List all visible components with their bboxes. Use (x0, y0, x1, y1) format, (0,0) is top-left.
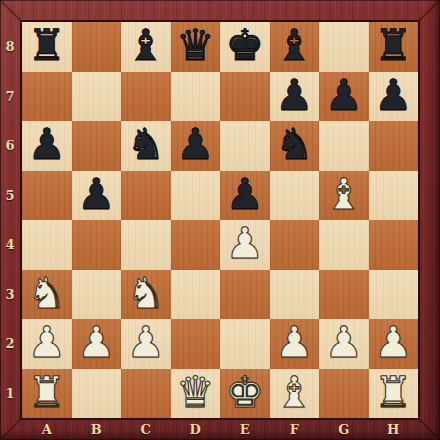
square-e1[interactable]: ♚ (220, 369, 270, 419)
file-label-c: C (121, 419, 171, 439)
piece-white-pawn[interactable]: ♟ (126, 321, 165, 364)
piece-white-pawn[interactable]: ♟ (374, 321, 413, 364)
rank-label-5: 5 (0, 171, 20, 221)
square-g4[interactable] (319, 220, 369, 270)
square-b6[interactable] (72, 121, 122, 171)
square-a7[interactable] (22, 72, 72, 122)
rank-label-2: 2 (0, 319, 20, 369)
square-e5[interactable]: ♟ (220, 171, 270, 221)
piece-black-rook[interactable]: ♜ (27, 24, 66, 67)
piece-black-bishop[interactable]: ♝ (275, 24, 314, 67)
square-d1[interactable]: ♛ (171, 369, 221, 419)
square-f8[interactable]: ♝ (270, 22, 320, 72)
file-label-g: G (319, 419, 369, 439)
piece-black-pawn[interactable]: ♟ (77, 173, 116, 216)
square-h7[interactable]: ♟ (369, 72, 419, 122)
board-border: ♜♝♛♚♝♜♟♟♟♟♞♟♞♟♟♝♟♞♞♟♟♟♟♟♟♜♛♚♝♜ (20, 20, 420, 420)
chessboard: ♜♝♛♚♝♜♟♟♟♟♞♟♞♟♟♝♟♞♞♟♟♟♟♟♟♜♛♚♝♜ 87654321 … (0, 0, 440, 440)
square-b1[interactable] (72, 369, 122, 419)
piece-black-knight[interactable]: ♞ (275, 123, 314, 166)
square-a6[interactable]: ♟ (22, 121, 72, 171)
square-g8[interactable] (319, 22, 369, 72)
piece-black-bishop[interactable]: ♝ (126, 24, 165, 67)
square-f4[interactable] (270, 220, 320, 270)
square-d5[interactable] (171, 171, 221, 221)
square-d4[interactable] (171, 220, 221, 270)
square-b5[interactable]: ♟ (72, 171, 122, 221)
square-d8[interactable]: ♛ (171, 22, 221, 72)
square-e6[interactable] (220, 121, 270, 171)
piece-black-pawn[interactable]: ♟ (275, 74, 314, 117)
square-g6[interactable] (319, 121, 369, 171)
piece-black-knight[interactable]: ♞ (126, 123, 165, 166)
rank-label-8: 8 (0, 22, 20, 72)
piece-white-queen[interactable]: ♛ (176, 371, 215, 414)
rank-labels: 87654321 (0, 22, 20, 418)
square-a1[interactable]: ♜ (22, 369, 72, 419)
square-a4[interactable] (22, 220, 72, 270)
square-b7[interactable] (72, 72, 122, 122)
piece-white-pawn[interactable]: ♟ (225, 222, 264, 265)
square-h6[interactable] (369, 121, 419, 171)
piece-black-king[interactable]: ♚ (225, 24, 264, 67)
piece-white-pawn[interactable]: ♟ (27, 321, 66, 364)
square-g2[interactable]: ♟ (319, 319, 369, 369)
piece-white-rook[interactable]: ♜ (27, 371, 66, 414)
file-label-b: B (72, 419, 122, 439)
piece-white-pawn[interactable]: ♟ (275, 321, 314, 364)
piece-black-pawn[interactable]: ♟ (225, 173, 264, 216)
piece-white-pawn[interactable]: ♟ (324, 321, 363, 364)
square-f5[interactable] (270, 171, 320, 221)
square-a2[interactable]: ♟ (22, 319, 72, 369)
square-b3[interactable] (72, 270, 122, 320)
piece-white-pawn[interactable]: ♟ (77, 321, 116, 364)
square-e3[interactable] (220, 270, 270, 320)
square-h3[interactable] (369, 270, 419, 320)
file-label-a: A (22, 419, 72, 439)
piece-black-rook[interactable]: ♜ (374, 24, 413, 67)
square-b8[interactable] (72, 22, 122, 72)
file-label-e: E (220, 419, 270, 439)
piece-white-bishop[interactable]: ♝ (275, 371, 314, 414)
square-a5[interactable] (22, 171, 72, 221)
square-d7[interactable] (171, 72, 221, 122)
square-e7[interactable] (220, 72, 270, 122)
square-g3[interactable] (319, 270, 369, 320)
square-c2[interactable]: ♟ (121, 319, 171, 369)
square-f2[interactable]: ♟ (270, 319, 320, 369)
square-c8[interactable]: ♝ (121, 22, 171, 72)
piece-black-pawn[interactable]: ♟ (374, 74, 413, 117)
piece-white-king[interactable]: ♚ (225, 371, 264, 414)
square-e8[interactable]: ♚ (220, 22, 270, 72)
square-c1[interactable] (121, 369, 171, 419)
square-b4[interactable] (72, 220, 122, 270)
square-c4[interactable] (121, 220, 171, 270)
piece-white-bishop[interactable]: ♝ (324, 173, 363, 216)
file-label-d: D (171, 419, 221, 439)
file-label-h: H (369, 419, 419, 439)
square-c7[interactable] (121, 72, 171, 122)
rank-label-1: 1 (0, 369, 20, 419)
square-h8[interactable]: ♜ (369, 22, 419, 72)
piece-black-pawn[interactable]: ♟ (27, 123, 66, 166)
piece-black-pawn[interactable]: ♟ (324, 74, 363, 117)
square-g7[interactable]: ♟ (319, 72, 369, 122)
square-c6[interactable]: ♞ (121, 121, 171, 171)
rank-label-6: 6 (0, 121, 20, 171)
piece-white-rook[interactable]: ♜ (374, 371, 413, 414)
square-c3[interactable]: ♞ (121, 270, 171, 320)
square-f3[interactable] (270, 270, 320, 320)
square-f6[interactable]: ♞ (270, 121, 320, 171)
square-d6[interactable]: ♟ (171, 121, 221, 171)
square-e4[interactable]: ♟ (220, 220, 270, 270)
square-h2[interactable]: ♟ (369, 319, 419, 369)
rank-label-4: 4 (0, 220, 20, 270)
square-d2[interactable] (171, 319, 221, 369)
square-e2[interactable] (220, 319, 270, 369)
piece-white-knight[interactable]: ♞ (126, 272, 165, 315)
piece-white-knight[interactable]: ♞ (27, 272, 66, 315)
square-c5[interactable] (121, 171, 171, 221)
piece-black-pawn[interactable]: ♟ (176, 123, 215, 166)
square-b2[interactable]: ♟ (72, 319, 122, 369)
square-f1[interactable]: ♝ (270, 369, 320, 419)
square-g5[interactable]: ♝ (319, 171, 369, 221)
square-g1[interactable] (319, 369, 369, 419)
square-a8[interactable]: ♜ (22, 22, 72, 72)
file-labels: ABCDEFGH (22, 419, 418, 439)
square-h4[interactable] (369, 220, 419, 270)
board: ♜♝♛♚♝♜♟♟♟♟♞♟♞♟♟♝♟♞♞♟♟♟♟♟♟♜♛♚♝♜ (22, 22, 418, 418)
square-a3[interactable]: ♞ (22, 270, 72, 320)
square-d3[interactable] (171, 270, 221, 320)
square-h1[interactable]: ♜ (369, 369, 419, 419)
piece-black-queen[interactable]: ♛ (176, 24, 215, 67)
rank-label-7: 7 (0, 72, 20, 122)
square-h5[interactable] (369, 171, 419, 221)
rank-label-3: 3 (0, 270, 20, 320)
square-f7[interactable]: ♟ (270, 72, 320, 122)
file-label-f: F (270, 419, 320, 439)
